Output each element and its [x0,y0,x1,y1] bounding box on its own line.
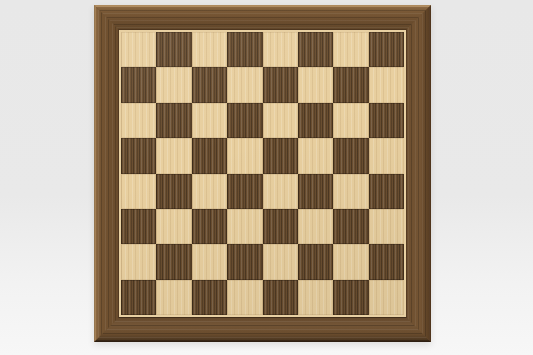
square-h1 [369,280,404,315]
board-frame-right [404,5,431,342]
square-d5 [227,138,262,173]
square-h8 [369,32,404,67]
product-photo-background [0,0,533,355]
square-c2 [192,244,227,279]
square-d6 [227,103,262,138]
square-g7 [333,67,368,102]
square-a1 [121,280,156,315]
square-b6 [156,103,191,138]
square-h2 [369,244,404,279]
square-e8 [263,32,298,67]
square-f3 [298,209,333,244]
square-e1 [263,280,298,315]
square-b1 [156,280,191,315]
board-frame-bottom [94,315,431,342]
square-b5 [156,138,191,173]
square-c7 [192,67,227,102]
board-squares-area [119,30,406,317]
square-f4 [298,174,333,209]
square-h5 [369,138,404,173]
square-c3 [192,209,227,244]
square-b4 [156,174,191,209]
square-f2 [298,244,333,279]
square-h4 [369,174,404,209]
square-h3 [369,209,404,244]
square-g1 [333,280,368,315]
square-b2 [156,244,191,279]
square-a5 [121,138,156,173]
square-c8 [192,32,227,67]
square-f5 [298,138,333,173]
square-d7 [227,67,262,102]
square-a4 [121,174,156,209]
square-c4 [192,174,227,209]
square-a8 [121,32,156,67]
square-e7 [263,67,298,102]
square-b3 [156,209,191,244]
square-d3 [227,209,262,244]
square-g4 [333,174,368,209]
square-g3 [333,209,368,244]
square-a6 [121,103,156,138]
square-a2 [121,244,156,279]
square-d1 [227,280,262,315]
chess-board [94,5,431,342]
square-c6 [192,103,227,138]
square-f1 [298,280,333,315]
square-c5 [192,138,227,173]
square-g8 [333,32,368,67]
square-e4 [263,174,298,209]
square-e5 [263,138,298,173]
square-h6 [369,103,404,138]
square-d2 [227,244,262,279]
board-frame-left [94,5,121,342]
square-e3 [263,209,298,244]
square-g6 [333,103,368,138]
square-d8 [227,32,262,67]
square-h7 [369,67,404,102]
square-c1 [192,280,227,315]
square-a3 [121,209,156,244]
board-frame-top [94,5,431,32]
square-g2 [333,244,368,279]
square-a7 [121,67,156,102]
square-e2 [263,244,298,279]
square-d4 [227,174,262,209]
square-e6 [263,103,298,138]
square-f8 [298,32,333,67]
square-b7 [156,67,191,102]
square-f7 [298,67,333,102]
square-g5 [333,138,368,173]
square-b8 [156,32,191,67]
square-f6 [298,103,333,138]
